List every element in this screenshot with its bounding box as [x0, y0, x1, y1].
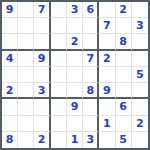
cell-r2c9[interactable]: 3: [132, 18, 148, 34]
cell-r7c7[interactable]: [99, 99, 115, 115]
cell-r6c7[interactable]: 9: [99, 83, 115, 99]
cell-r3c2[interactable]: [18, 34, 34, 50]
cell-r7c1[interactable]: [2, 99, 18, 115]
cell-r3c1[interactable]: [2, 34, 18, 50]
cell-r9c1[interactable]: 8: [2, 132, 18, 148]
cell-r8c1[interactable]: [2, 116, 18, 132]
cell-r7c8[interactable]: 6: [116, 99, 132, 115]
cell-r1c1[interactable]: 9: [2, 2, 18, 18]
cell-r1c3[interactable]: 7: [34, 2, 50, 18]
cell-r4c2[interactable]: [18, 51, 34, 67]
cell-r4c6[interactable]: 7: [83, 51, 99, 67]
cell-r4c7[interactable]: 2: [99, 51, 115, 67]
cell-r5c9[interactable]: 5: [132, 67, 148, 83]
cell-r1c7[interactable]: [99, 2, 115, 18]
cell-r8c3[interactable]: [34, 116, 50, 132]
cell-r9c4[interactable]: [51, 132, 67, 148]
cell-r5c6[interactable]: [83, 67, 99, 83]
cell-r1c9[interactable]: [132, 2, 148, 18]
cell-r7c3[interactable]: [34, 99, 50, 115]
cell-r1c5[interactable]: 3: [67, 2, 83, 18]
cell-r3c7[interactable]: [99, 34, 115, 50]
cell-r6c9[interactable]: [132, 83, 148, 99]
cell-r9c7[interactable]: [99, 132, 115, 148]
cell-r2c5[interactable]: [67, 18, 83, 34]
cell-r9c8[interactable]: 5: [116, 132, 132, 148]
cell-r8c2[interactable]: [18, 116, 34, 132]
cell-r4c4[interactable]: [51, 51, 67, 67]
cell-r7c2[interactable]: [18, 99, 34, 115]
cell-r5c1[interactable]: [2, 67, 18, 83]
cell-r6c5[interactable]: [67, 83, 83, 99]
sudoku-board: 973627328497252389961282135: [0, 0, 150, 150]
cell-r8c9[interactable]: 2: [132, 116, 148, 132]
cell-r1c8[interactable]: 2: [116, 2, 132, 18]
cell-r3c4[interactable]: [51, 34, 67, 50]
cell-r3c8[interactable]: 8: [116, 34, 132, 50]
cell-r5c7[interactable]: [99, 67, 115, 83]
cell-r4c8[interactable]: [116, 51, 132, 67]
cell-r7c4[interactable]: [51, 99, 67, 115]
cell-r7c6[interactable]: [83, 99, 99, 115]
cell-r2c1[interactable]: [2, 18, 18, 34]
cell-r2c3[interactable]: [34, 18, 50, 34]
cell-r6c3[interactable]: 3: [34, 83, 50, 99]
cell-r8c6[interactable]: [83, 116, 99, 132]
cell-r6c4[interactable]: [51, 83, 67, 99]
cell-r6c6[interactable]: 8: [83, 83, 99, 99]
cell-r3c6[interactable]: [83, 34, 99, 50]
cell-r9c9[interactable]: [132, 132, 148, 148]
cell-r1c2[interactable]: [18, 2, 34, 18]
cell-r8c5[interactable]: [67, 116, 83, 132]
cell-r2c6[interactable]: [83, 18, 99, 34]
cell-r6c2[interactable]: [18, 83, 34, 99]
cell-r2c4[interactable]: [51, 18, 67, 34]
cell-r2c2[interactable]: [18, 18, 34, 34]
cell-r9c3[interactable]: 2: [34, 132, 50, 148]
cell-r5c2[interactable]: [18, 67, 34, 83]
cell-r4c5[interactable]: [67, 51, 83, 67]
cell-r5c4[interactable]: [51, 67, 67, 83]
cell-r5c5[interactable]: [67, 67, 83, 83]
cell-r3c5[interactable]: 2: [67, 34, 83, 50]
cell-r9c6[interactable]: 3: [83, 132, 99, 148]
cell-r6c8[interactable]: [116, 83, 132, 99]
cell-r7c5[interactable]: 9: [67, 99, 83, 115]
cell-r9c5[interactable]: 1: [67, 132, 83, 148]
cell-r8c4[interactable]: [51, 116, 67, 132]
cell-r4c9[interactable]: [132, 51, 148, 67]
cell-r8c7[interactable]: 1: [99, 116, 115, 132]
cell-r1c6[interactable]: 6: [83, 2, 99, 18]
cell-r6c1[interactable]: 2: [2, 83, 18, 99]
cell-r8c8[interactable]: [116, 116, 132, 132]
cell-r9c2[interactable]: [18, 132, 34, 148]
cell-r4c1[interactable]: 4: [2, 51, 18, 67]
cell-r5c8[interactable]: [116, 67, 132, 83]
cell-r5c3[interactable]: [34, 67, 50, 83]
cell-r1c4[interactable]: [51, 2, 67, 18]
cell-r4c3[interactable]: 9: [34, 51, 50, 67]
cell-r2c7[interactable]: 7: [99, 18, 115, 34]
cell-r2c8[interactable]: [116, 18, 132, 34]
cell-r3c3[interactable]: [34, 34, 50, 50]
cell-r7c9[interactable]: [132, 99, 148, 115]
cell-r3c9[interactable]: [132, 34, 148, 50]
